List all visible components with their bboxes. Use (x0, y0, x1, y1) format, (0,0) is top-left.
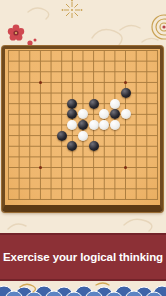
top-decoration (0, 0, 166, 46)
stone-white (89, 120, 99, 130)
stone-black (89, 141, 99, 151)
wave-decoration (0, 281, 166, 296)
board-grid[interactable] (8, 50, 158, 200)
slogan-banner: Exercise your logical thinking (0, 233, 166, 281)
stone-white (110, 99, 120, 109)
stone-white (78, 131, 88, 141)
stone-black (57, 131, 67, 141)
wave-scallops-back (0, 286, 166, 296)
star-point (124, 166, 127, 169)
stone-white (99, 120, 109, 130)
stone-black (67, 141, 77, 151)
app-screen: Exercise your logical thinking (0, 0, 166, 296)
gold-wave-swirl (20, 283, 109, 292)
stone-white (67, 120, 77, 130)
red-flower-icon (8, 25, 37, 46)
cloud-swirl (92, 30, 122, 46)
stone-white (78, 109, 88, 119)
stone-black (121, 88, 131, 98)
gold-flower-icon (152, 15, 166, 39)
firework-icon (62, 0, 83, 18)
stone-black (67, 99, 77, 109)
mid-decoration (0, 211, 166, 233)
stone-black (89, 99, 99, 109)
cloud-swirl (8, 224, 26, 229)
star-point (39, 81, 42, 84)
slogan-text: Exercise your logical thinking (3, 251, 163, 263)
cloud-swirl (142, 38, 158, 42)
gomoku-board[interactable] (2, 46, 163, 212)
stone-black (67, 109, 77, 119)
wave-scallops-front (5, 291, 163, 296)
stone-white (99, 109, 109, 119)
star-point (124, 81, 127, 84)
stone-black (110, 109, 120, 119)
cloud-swirl (28, 8, 49, 19)
star-point (39, 166, 42, 169)
stone-white (110, 120, 120, 130)
stone-white (121, 109, 131, 119)
cloud-swirl (120, 25, 140, 30)
stone-black (78, 120, 88, 130)
cloud-swirl (124, 219, 152, 231)
